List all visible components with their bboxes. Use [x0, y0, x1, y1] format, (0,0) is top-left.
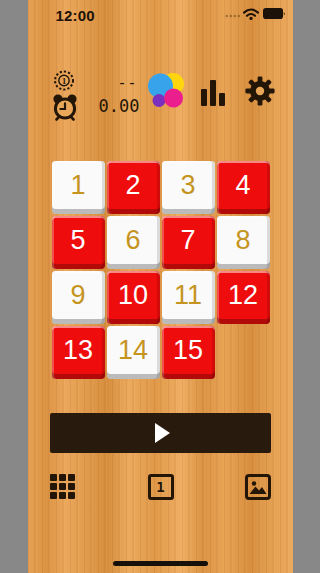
- color-palette-icon: [148, 73, 184, 108]
- stats-button[interactable]: [201, 80, 225, 106]
- wifi-icon: [243, 8, 259, 20]
- puzzle-board: 1 2 3 4 5 6 7 8 9 10 11 12 13 14 15: [51, 160, 271, 380]
- theme-palette-button[interactable]: [147, 71, 187, 111]
- best-time-value: --: [84, 74, 138, 92]
- alarm-clock-icon: [51, 93, 79, 121]
- tile-7[interactable]: 7: [162, 216, 215, 269]
- tile-11[interactable]: 11: [162, 271, 215, 324]
- tile-number: 13: [63, 337, 93, 364]
- tile-number: 12: [228, 282, 258, 309]
- tile-14[interactable]: 14: [107, 326, 160, 379]
- bar-chart-icon: [201, 80, 225, 106]
- tile-15[interactable]: 15: [162, 326, 215, 379]
- numbered-square-icon: 1: [156, 479, 164, 495]
- picture-icon: [246, 476, 269, 499]
- tile-number: 10: [118, 282, 148, 309]
- app-screen: 12:00 1 -- 0.00: [28, 0, 293, 573]
- tile-number: 4: [235, 172, 250, 199]
- tile-4[interactable]: 4: [217, 161, 270, 214]
- tile-number: 5: [70, 227, 85, 254]
- medal-icon: 1: [53, 69, 75, 93]
- tile-12[interactable]: 12: [217, 271, 270, 324]
- cellular-signal-icon: [225, 14, 241, 18]
- tile-number: 14: [118, 337, 148, 364]
- grid-size-button[interactable]: [50, 474, 75, 499]
- tile-9[interactable]: 9: [52, 271, 105, 324]
- play-button[interactable]: [50, 413, 271, 453]
- tile-8[interactable]: 8: [217, 216, 270, 269]
- tile-number: 8: [235, 227, 250, 254]
- tile-number: 6: [125, 227, 140, 254]
- tile-number: 11: [174, 282, 202, 309]
- tile-number: 7: [180, 227, 195, 254]
- tile-10[interactable]: 10: [107, 271, 160, 324]
- tile-1[interactable]: 1: [52, 161, 105, 214]
- tile-number: 9: [70, 282, 85, 309]
- tile-number: 1: [70, 172, 85, 199]
- tile-number: 2: [125, 172, 140, 199]
- status-time: 12:00: [56, 7, 95, 24]
- grid-3x3-icon: [50, 474, 75, 499]
- tile-2[interactable]: 2: [107, 161, 160, 214]
- medal-number: 1: [61, 76, 65, 86]
- tile-number: 15: [173, 337, 203, 364]
- timer-value: 0.00: [84, 96, 140, 116]
- image-mode-button[interactable]: [245, 474, 271, 500]
- tile-6[interactable]: 6: [107, 216, 160, 269]
- tile-number: 3: [180, 172, 195, 199]
- battery-icon: [263, 8, 286, 19]
- settings-button[interactable]: [245, 76, 275, 106]
- empty-cell: [217, 326, 270, 379]
- tile-13[interactable]: 13: [52, 326, 105, 379]
- home-indicator[interactable]: [113, 561, 208, 566]
- tile-3[interactable]: 3: [162, 161, 215, 214]
- play-icon: [155, 423, 170, 443]
- number-mode-button[interactable]: 1: [148, 474, 174, 500]
- tile-5[interactable]: 5: [52, 216, 105, 269]
